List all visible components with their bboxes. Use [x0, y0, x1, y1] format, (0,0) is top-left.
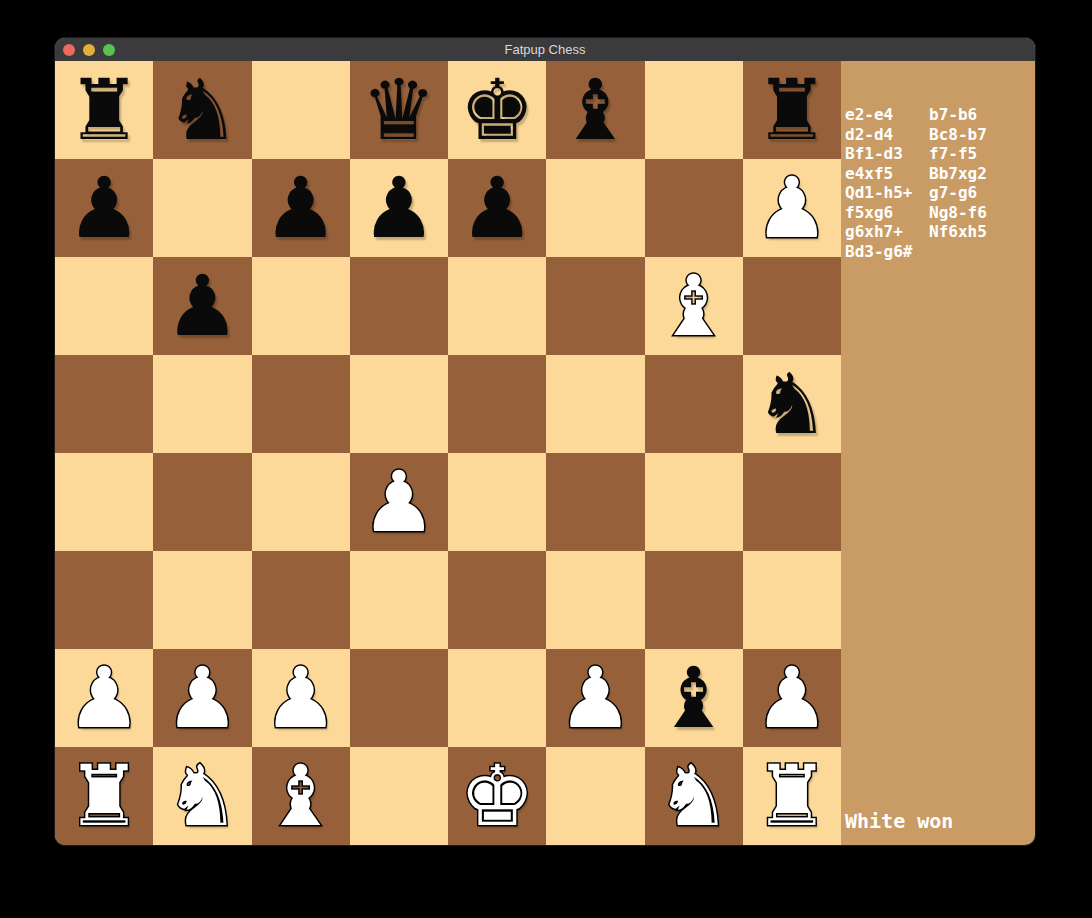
square-d4[interactable]: ♟ [350, 453, 448, 551]
square-d1[interactable] [350, 747, 448, 845]
square-e3[interactable] [448, 551, 546, 649]
square-d5[interactable] [350, 355, 448, 453]
move-white: Bf1-d3 [845, 144, 929, 164]
traffic-lights [55, 44, 115, 56]
move-black [929, 242, 1035, 262]
move-list: e2-e4b7-b6d2-d4Bc8-b7Bf1-d3f7-f5e4xf5Bb7… [841, 61, 1035, 261]
move-white: e2-e4 [845, 105, 929, 125]
square-a2[interactable]: ♟ [55, 649, 153, 747]
square-e1[interactable]: ♚ [448, 747, 546, 845]
square-e7[interactable]: ♟ [448, 159, 546, 257]
move-white: g6xh7+ [845, 222, 929, 242]
white-pawn[interactable]: ♟ [361, 460, 436, 544]
square-b7[interactable] [153, 159, 251, 257]
white-pawn[interactable]: ♟ [165, 656, 240, 740]
square-c1[interactable]: ♝ [252, 747, 350, 845]
square-h5[interactable]: ♞ [743, 355, 841, 453]
square-c2[interactable]: ♟ [252, 649, 350, 747]
black-pawn[interactable]: ♟ [165, 264, 240, 348]
square-c4[interactable] [252, 453, 350, 551]
square-g1[interactable]: ♞ [645, 747, 743, 845]
square-g5[interactable] [645, 355, 743, 453]
square-b8[interactable]: ♞ [153, 61, 251, 159]
move-white: Qd1-h5+ [845, 183, 929, 203]
square-a3[interactable] [55, 551, 153, 649]
window-title: Fatpup Chess [55, 38, 1035, 61]
square-c8[interactable] [252, 61, 350, 159]
black-pawn[interactable]: ♟ [361, 166, 436, 250]
move-black: Bc8-b7 [929, 125, 1035, 145]
square-b4[interactable] [153, 453, 251, 551]
square-c6[interactable] [252, 257, 350, 355]
move-black: f7-f5 [929, 144, 1035, 164]
move-white: d2-d4 [845, 125, 929, 145]
square-b5[interactable] [153, 355, 251, 453]
square-h4[interactable] [743, 453, 841, 551]
square-b1[interactable]: ♞ [153, 747, 251, 845]
square-b3[interactable] [153, 551, 251, 649]
white-bishop[interactable]: ♝ [263, 754, 338, 838]
square-h1[interactable]: ♜ [743, 747, 841, 845]
close-button[interactable] [63, 44, 75, 56]
square-b2[interactable]: ♟ [153, 649, 251, 747]
title-bar[interactable]: Fatpup Chess [55, 38, 1035, 61]
square-e5[interactable] [448, 355, 546, 453]
black-bishop[interactable]: ♝ [558, 68, 633, 152]
white-knight[interactable]: ♞ [165, 754, 240, 838]
square-f4[interactable] [546, 453, 644, 551]
black-knight[interactable]: ♞ [754, 362, 829, 446]
white-pawn[interactable]: ♟ [66, 656, 141, 740]
window-content: ♜♞♛♚♝♜♟♟♟♟♟♟♝♞♟♟♟♟♟♝♟♜♞♝♚♞♜ e2-e4b7-b6d2… [55, 61, 1035, 845]
square-g2[interactable]: ♝ [645, 649, 743, 747]
black-rook[interactable]: ♜ [754, 68, 829, 152]
square-g6[interactable]: ♝ [645, 257, 743, 355]
app-window: Fatpup Chess ♜♞♛♚♝♜♟♟♟♟♟♟♝♞♟♟♟♟♟♝♟♜♞♝♚♞♜… [55, 38, 1035, 845]
minimize-button[interactable] [83, 44, 95, 56]
square-d8[interactable]: ♛ [350, 61, 448, 159]
square-a6[interactable] [55, 257, 153, 355]
square-g7[interactable] [645, 159, 743, 257]
square-a4[interactable] [55, 453, 153, 551]
square-a5[interactable] [55, 355, 153, 453]
square-f8[interactable]: ♝ [546, 61, 644, 159]
square-a8[interactable]: ♜ [55, 61, 153, 159]
move-black: g7-g6 [929, 183, 1035, 203]
desktop: { "window": { "title": "Fatpup Chess" },… [0, 0, 1092, 918]
square-e8[interactable]: ♚ [448, 61, 546, 159]
square-g4[interactable] [645, 453, 743, 551]
square-f7[interactable] [546, 159, 644, 257]
square-e6[interactable] [448, 257, 546, 355]
white-king[interactable]: ♚ [459, 754, 534, 838]
black-queen[interactable]: ♛ [361, 68, 436, 152]
black-bishop[interactable]: ♝ [656, 656, 731, 740]
square-b6[interactable]: ♟ [153, 257, 251, 355]
square-f5[interactable] [546, 355, 644, 453]
white-pawn[interactable]: ♟ [263, 656, 338, 740]
square-h7[interactable]: ♟ [743, 159, 841, 257]
chess-board: ♜♞♛♚♝♜♟♟♟♟♟♟♝♞♟♟♟♟♟♝♟♜♞♝♚♞♜ [55, 61, 841, 845]
square-d2[interactable] [350, 649, 448, 747]
white-knight[interactable]: ♞ [656, 754, 731, 838]
square-h8[interactable]: ♜ [743, 61, 841, 159]
white-pawn[interactable]: ♟ [754, 656, 829, 740]
black-pawn[interactable]: ♟ [263, 166, 338, 250]
white-bishop[interactable]: ♝ [656, 264, 731, 348]
black-knight[interactable]: ♞ [165, 68, 240, 152]
square-a7[interactable]: ♟ [55, 159, 153, 257]
square-g3[interactable] [645, 551, 743, 649]
square-c7[interactable]: ♟ [252, 159, 350, 257]
square-d3[interactable] [350, 551, 448, 649]
move-white: f5xg6 [845, 203, 929, 223]
move-black: b7-b6 [929, 105, 1035, 125]
square-c5[interactable] [252, 355, 350, 453]
zoom-button[interactable] [103, 44, 115, 56]
square-a1[interactable]: ♜ [55, 747, 153, 845]
square-c3[interactable] [252, 551, 350, 649]
move-white: e4xf5 [845, 164, 929, 184]
square-d7[interactable]: ♟ [350, 159, 448, 257]
white-rook[interactable]: ♜ [754, 754, 829, 838]
square-f6[interactable] [546, 257, 644, 355]
black-pawn[interactable]: ♟ [459, 166, 534, 250]
black-rook[interactable]: ♜ [66, 68, 141, 152]
square-f1[interactable] [546, 747, 644, 845]
square-d6[interactable] [350, 257, 448, 355]
square-f3[interactable] [546, 551, 644, 649]
square-e2[interactable] [448, 649, 546, 747]
white-pawn[interactable]: ♟ [558, 656, 633, 740]
white-pawn[interactable]: ♟ [754, 166, 829, 250]
move-black: Bb7xg2 [929, 164, 1035, 184]
black-king[interactable]: ♚ [459, 68, 534, 152]
sidebar: e2-e4b7-b6d2-d4Bc8-b7Bf1-d3f7-f5e4xf5Bb7… [841, 61, 1035, 845]
square-e4[interactable] [448, 453, 546, 551]
move-black: Nf6xh5 [929, 222, 1035, 242]
square-g8[interactable] [645, 61, 743, 159]
black-pawn[interactable]: ♟ [66, 166, 141, 250]
move-white: Bd3-g6# [845, 242, 929, 262]
square-h2[interactable]: ♟ [743, 649, 841, 747]
move-black: Ng8-f6 [929, 203, 1035, 223]
square-f2[interactable]: ♟ [546, 649, 644, 747]
white-rook[interactable]: ♜ [66, 754, 141, 838]
game-result-text: White won [841, 809, 1035, 845]
square-h6[interactable] [743, 257, 841, 355]
square-h3[interactable] [743, 551, 841, 649]
